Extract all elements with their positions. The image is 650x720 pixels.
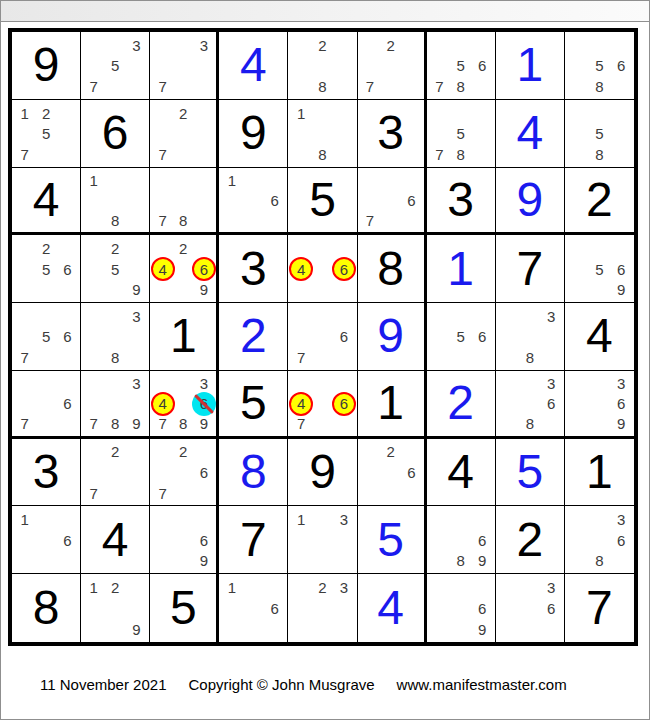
cell-r7c1[interactable]: 3 [12,439,81,507]
candidate-6[interactable]: 6 [264,193,285,208]
candidate-6[interactable]: 6 [541,601,562,616]
candidate-6[interactable]: 6 [57,262,78,277]
candidate-digit: 2 [111,241,119,256]
candidate-digit: 9 [200,553,208,568]
cell-r5c4[interactable]: 2 [219,303,288,371]
candidate-7[interactable]: 7 [83,79,104,94]
candidate-3[interactable]: 3 [541,309,562,324]
candidate-7[interactable]: 7 [429,147,450,162]
candidate-digit: 4 [297,262,305,277]
candidate-2[interactable]: 2 [173,106,194,121]
candidate-digit: 8 [595,147,603,162]
cell-r2c5[interactable]: 18 [288,100,357,168]
candidate-digit: 3 [200,376,208,391]
candidate-7[interactable]: 7 [360,213,381,228]
cell-value: 2 [586,176,613,224]
candidate-2[interactable]: 2 [35,106,56,121]
candidate-digit: 2 [111,580,119,595]
candidate-3[interactable]: 3 [610,512,632,527]
cell-r6c1[interactable]: 67 [12,371,81,439]
candidate-6[interactable]: 6 [333,329,354,344]
candidate-digit: 6 [271,193,279,208]
candidate-digit: 5 [111,58,119,73]
candidate-7[interactable]: 7 [152,79,173,94]
candidate-1[interactable]: 1 [290,106,311,121]
candidate-digit: 1 [90,580,98,595]
cell-r8c1[interactable]: 16 [12,506,81,574]
candidate-2[interactable]: 2 [380,38,401,53]
candidate-9[interactable]: 9 [126,282,147,297]
candidate-digit: 8 [526,350,534,365]
cell-value: 8 [240,448,267,496]
candidate-7[interactable]: 7 [290,350,311,365]
candidate-digit: 8 [457,79,465,94]
cell-r4c3[interactable]: 2469 [150,235,219,303]
candidate-digit: 5 [457,58,465,73]
candidate-6[interactable]: 6 [57,396,78,411]
cell-r2c7[interactable]: 578 [427,100,496,168]
candidate-7[interactable]: 7 [14,350,35,365]
candidate-digit: 7 [366,213,374,228]
cell-value: 9 [309,448,336,496]
candidate-6[interactable]: 6 [264,601,285,616]
cell-r4c4[interactable]: 3 [219,235,288,303]
cell-value: 3 [447,176,474,224]
cell-r4c6[interactable]: 8 [358,235,427,303]
cell-r4c8[interactable]: 7 [496,235,565,303]
candidate-8[interactable]: 8 [173,213,194,228]
candidate-9[interactable]: 9 [194,553,215,568]
cell-r4c2[interactable]: 259 [81,235,150,303]
candidate-6[interactable]: 6 [333,396,354,411]
candidate-digit: 3 [547,580,555,595]
candidate-digit: 6 [478,329,486,344]
cell-r1c4[interactable]: 4 [219,32,288,100]
candidate-digit: 5 [111,262,119,277]
candidate-digit: 1 [297,512,305,527]
candidate-6[interactable]: 6 [194,465,215,480]
candidate-1[interactable]: 1 [83,580,104,595]
candidate-1[interactable]: 1 [221,173,242,188]
candidate-1[interactable]: 1 [290,512,311,527]
cell-value: 4 [377,584,404,632]
candidate-7[interactable]: 7 [429,79,450,94]
cell-r4c7[interactable]: 1 [427,235,496,303]
candidate-digit: 9 [478,622,486,637]
sudoku-app-screen: 9357374282756781568125762791835784584187… [0,0,650,720]
candidate-digit: 2 [179,444,187,459]
cell-r9c7[interactable]: 69 [427,574,496,642]
cell-value: 9 [33,41,60,89]
cell-r9c2[interactable]: 129 [81,574,150,642]
cell-r1c5[interactable]: 28 [288,32,357,100]
cell-r5c1[interactable]: 567 [12,303,81,371]
cell-r5c6[interactable]: 9 [358,303,427,371]
candidate-5[interactable]: 5 [450,58,471,73]
cell-value: 7 [240,516,267,564]
candidate-7[interactable]: 7 [152,486,173,501]
candidate-3[interactable]: 3 [333,580,354,595]
candidate-digit: 6 [547,396,555,411]
candidate-3[interactable]: 3 [541,580,562,595]
candidate-digit: 9 [478,553,486,568]
candidate-3[interactable]: 3 [126,38,147,53]
candidate-digit: 1 [21,106,29,121]
candidate-digit: 2 [179,106,187,121]
candidate-8[interactable]: 8 [519,350,540,365]
candidate-3[interactable]: 3 [333,512,354,527]
candidate-digit: 7 [21,147,29,162]
cell-r5c9[interactable]: 4 [565,303,634,371]
candidate-1[interactable]: 1 [83,173,104,188]
candidate-digit: 1 [90,173,98,188]
cell-r9c5[interactable]: 23 [288,574,357,642]
candidate-5[interactable]: 5 [450,329,471,344]
candidate-9[interactable]: 9 [610,282,632,297]
candidate-9[interactable]: 9 [194,282,215,297]
cell-r9c6[interactable]: 4 [358,574,427,642]
cell-r6c7[interactable]: 2 [427,371,496,439]
candidate-digit: 6 [478,533,486,548]
candidate-digit: 7 [21,416,29,431]
candidate-6[interactable]: 6 [194,533,215,548]
candidate-2[interactable]: 2 [380,444,401,459]
candidate-1[interactable]: 1 [14,512,35,527]
candidate-3[interactable]: 3 [194,38,215,53]
cell-r9c1[interactable]: 8 [12,574,81,642]
cell-value: 3 [377,109,404,157]
cell-r7c9[interactable]: 1 [565,439,634,507]
candidate-digit: 2 [386,38,394,53]
cell-r8c5[interactable]: 13 [288,506,357,574]
candidate-3[interactable]: 3 [610,376,632,391]
candidate-digit: 7 [297,416,305,431]
candidate-6[interactable]: 6 [610,533,632,548]
candidate-8[interactable]: 8 [104,350,125,365]
candidate-6[interactable]: 6 [333,262,354,277]
cell-value: 1 [447,245,474,293]
candidate-digit: 4 [297,396,305,411]
cell-r4c1[interactable]: 256 [12,235,81,303]
candidate-digit: 6 [617,58,625,73]
candidate-5[interactable]: 5 [104,262,125,277]
cell-value: 5 [170,584,197,632]
candidate-digit: 7 [21,350,29,365]
candidate-digit: 3 [547,376,555,391]
candidate-7[interactable]: 7 [152,147,173,162]
footer-website: www.manifestmaster.com [397,676,567,693]
cell-r6c4[interactable]: 5 [219,371,288,439]
candidate-8[interactable]: 8 [589,553,611,568]
candidate-digit: 7 [158,147,166,162]
candidate-6[interactable]: 6 [471,58,492,73]
candidate-digit: 8 [457,147,465,162]
cell-r7c6[interactable]: 26 [358,439,427,507]
cell-value: 9 [516,176,543,224]
candidate-4[interactable]: 4 [290,396,311,411]
cell-r5c2[interactable]: 38 [81,303,150,371]
candidate-digit: 8 [179,213,187,228]
candidate-digit: 5 [42,126,50,141]
cell-r9c3[interactable]: 5 [150,574,219,642]
candidate-8[interactable]: 8 [589,79,611,94]
candidate-2[interactable]: 2 [173,444,194,459]
cell-value: 4 [102,516,129,564]
candidate-digit: 7 [435,147,443,162]
candidate-digit: 2 [386,444,394,459]
candidate-digit: 6 [617,396,625,411]
candidate-8[interactable]: 8 [104,416,125,431]
cell-r4c9[interactable]: 569 [565,235,634,303]
candidate-9[interactable]: 9 [126,622,147,637]
candidate-digit: 6 [200,533,208,548]
candidate-6[interactable]: 6 [471,533,492,548]
candidate-digit: 2 [318,580,326,595]
cell-r2c6[interactable]: 3 [358,100,427,168]
candidate-6[interactable]: 6 [610,58,632,73]
cell-r6c5[interactable]: 467 [288,371,357,439]
candidate-9[interactable]: 9 [471,553,492,568]
candidate-digit: 6 [617,262,625,277]
candidate-7[interactable]: 7 [83,486,104,501]
candidate-8[interactable]: 8 [173,416,194,431]
cell-r1c6[interactable]: 27 [358,32,427,100]
candidate-digit: 9 [132,282,140,297]
candidate-7[interactable]: 7 [152,416,173,431]
cell-r6c6[interactable]: 1 [358,371,427,439]
candidate-8[interactable]: 8 [450,147,471,162]
candidate-1[interactable]: 1 [221,580,242,595]
cell-r2c9[interactable]: 58 [565,100,634,168]
candidate-6[interactable]: 6 [401,193,422,208]
cell-r8c9[interactable]: 368 [565,506,634,574]
cell-r8c4[interactable]: 7 [219,506,288,574]
candidate-7[interactable]: 7 [152,213,173,228]
candidate-digit: 8 [318,79,326,94]
candidate-digit: 2 [179,241,187,256]
cell-r8c3[interactable]: 69 [150,506,219,574]
cell-r3c5[interactable]: 5 [288,168,357,236]
cell-value: 7 [586,584,613,632]
candidate-8[interactable]: 8 [450,553,471,568]
candidate-digit: 6 [63,329,71,344]
cell-r5c8[interactable]: 38 [496,303,565,371]
cell-value: 8 [377,245,404,293]
candidate-digit: 7 [158,486,166,501]
cell-r2c3[interactable]: 27 [150,100,219,168]
cell-r9c8[interactable]: 36 [496,574,565,642]
candidate-digit: 9 [617,416,625,431]
candidate-3[interactable]: 3 [541,376,562,391]
candidate-digit: 5 [457,126,465,141]
cell-r1c3[interactable]: 37 [150,32,219,100]
cell-r8c2[interactable]: 4 [81,506,150,574]
candidate-7[interactable]: 7 [360,79,381,94]
cell-r3c3[interactable]: 78 [150,168,219,236]
cell-r6c8[interactable]: 368 [496,371,565,439]
cell-r8c6[interactable]: 5 [358,506,427,574]
cell-r3c8[interactable]: 9 [496,168,565,236]
candidate-2[interactable]: 2 [173,241,194,256]
candidate-5[interactable]: 5 [35,262,56,277]
candidate-digit: 2 [318,38,326,53]
candidate-9[interactable]: 9 [610,416,632,431]
candidate-digit: 9 [200,416,208,431]
cell-r3c1[interactable]: 4 [12,168,81,236]
candidate-6[interactable]: 6 [194,396,215,411]
cell-r8c8[interactable]: 2 [496,506,565,574]
candidate-digit: 8 [595,553,603,568]
candidate-2[interactable]: 2 [312,38,333,53]
cell-r4c5[interactable]: 46 [288,235,357,303]
candidate-digit: 5 [42,329,50,344]
candidate-6[interactable]: 6 [471,329,492,344]
cell-value: 1 [586,448,613,496]
candidate-digit: 6 [407,193,415,208]
candidate-digit: 8 [457,553,465,568]
candidate-2[interactable]: 2 [104,241,125,256]
top-scrollbar[interactable] [0,0,650,22]
candidate-6[interactable]: 6 [541,396,562,411]
cell-value: 3 [33,448,60,496]
cell-r8c7[interactable]: 689 [427,506,496,574]
cell-r7c8[interactable]: 5 [496,439,565,507]
cell-r5c3[interactable]: 1 [150,303,219,371]
candidate-5[interactable]: 5 [35,329,56,344]
candidate-8[interactable]: 8 [589,147,611,162]
cell-value: 2 [447,379,474,427]
candidate-digit: 6 [340,329,348,344]
candidate-4[interactable]: 4 [290,262,311,277]
cell-r5c7[interactable]: 56 [427,303,496,371]
candidate-8[interactable]: 8 [450,79,471,94]
candidate-digit: 3 [617,512,625,527]
candidate-digit: 5 [595,126,603,141]
candidate-digit: 8 [526,416,534,431]
cell-r3c4[interactable]: 16 [219,168,288,236]
candidate-digit: 6 [63,533,71,548]
cell-r1c7[interactable]: 5678 [427,32,496,100]
candidate-4[interactable]: 4 [152,262,173,277]
cell-r3c6[interactable]: 67 [358,168,427,236]
candidate-6[interactable]: 6 [401,465,422,480]
cell-r3c7[interactable]: 3 [427,168,496,236]
candidate-2[interactable]: 2 [312,580,333,595]
cell-value: 4 [33,176,60,224]
cell-r6c3[interactable]: 346789 [150,371,219,439]
candidate-8[interactable]: 8 [312,79,333,94]
candidate-digit: 6 [271,601,279,616]
candidate-6[interactable]: 6 [610,396,632,411]
cell-r9c4[interactable]: 16 [219,574,288,642]
candidate-7[interactable]: 7 [14,416,35,431]
cell-r2c1[interactable]: 1257 [12,100,81,168]
candidate-digit: 8 [318,147,326,162]
candidate-2[interactable]: 2 [104,580,125,595]
candidate-7[interactable]: 7 [14,147,35,162]
candidate-2[interactable]: 2 [35,241,56,256]
candidate-3[interactable]: 3 [194,376,215,391]
cell-value: 4 [516,109,543,157]
cell-r1c1[interactable]: 9 [12,32,81,100]
cell-r7c7[interactable]: 4 [427,439,496,507]
candidate-5[interactable]: 5 [35,126,56,141]
candidate-digit: 3 [132,38,140,53]
candidate-6[interactable]: 6 [57,329,78,344]
candidate-2[interactable]: 2 [104,444,125,459]
cell-r1c8[interactable]: 1 [496,32,565,100]
cell-r2c2[interactable]: 6 [81,100,150,168]
candidate-digit: 2 [42,241,50,256]
candidate-digit: 3 [340,580,348,595]
cell-r5c5[interactable]: 67 [288,303,357,371]
candidate-8[interactable]: 8 [519,416,540,431]
candidate-5[interactable]: 5 [104,58,125,73]
candidate-5[interactable]: 5 [450,126,471,141]
cell-value: 2 [516,516,543,564]
candidate-digit: 9 [200,282,208,297]
candidate-9[interactable]: 9 [126,416,147,431]
cell-r9c9[interactable]: 7 [565,574,634,642]
candidate-4[interactable]: 4 [152,396,173,411]
candidate-digit: 8 [595,79,603,94]
candidate-digit: 2 [111,444,119,459]
candidate-7[interactable]: 7 [290,416,311,431]
candidate-1[interactable]: 1 [14,106,35,121]
candidate-3[interactable]: 3 [126,309,147,324]
candidate-3[interactable]: 3 [126,376,147,391]
candidate-digit: 3 [617,376,625,391]
cell-r3c9[interactable]: 2 [565,168,634,236]
cell-value: 2 [240,312,267,360]
candidate-digit: 7 [90,486,98,501]
cell-r7c3[interactable]: 267 [150,439,219,507]
cell-r6c9[interactable]: 369 [565,371,634,439]
candidate-6[interactable]: 6 [471,601,492,616]
cell-value: 8 [33,584,60,632]
cell-r1c9[interactable]: 568 [565,32,634,100]
candidate-6[interactable]: 6 [610,262,632,277]
candidate-9[interactable]: 9 [471,622,492,637]
candidate-6[interactable]: 6 [194,262,215,277]
cell-value: 5 [309,176,336,224]
candidate-7[interactable]: 7 [83,416,104,431]
candidate-digit: 4 [158,396,166,411]
candidate-6[interactable]: 6 [57,533,78,548]
candidate-5[interactable]: 5 [589,126,611,141]
cell-r1c2[interactable]: 357 [81,32,150,100]
cell-r3c2[interactable]: 18 [81,168,150,236]
candidate-digit: 3 [340,512,348,527]
cell-r7c5[interactable]: 9 [288,439,357,507]
candidate-8[interactable]: 8 [312,147,333,162]
cell-r2c4[interactable]: 9 [219,100,288,168]
cell-r7c2[interactable]: 27 [81,439,150,507]
candidate-digit: 6 [478,601,486,616]
candidate-digit: 6 [340,262,348,277]
cell-r2c8[interactable]: 4 [496,100,565,168]
candidate-8[interactable]: 8 [104,213,125,228]
candidate-5[interactable]: 5 [589,58,611,73]
cell-value: 4 [240,41,267,89]
candidate-digit: 9 [617,282,625,297]
candidate-digit: 6 [63,396,71,411]
cell-r7c4[interactable]: 8 [219,439,288,507]
cell-r6c2[interactable]: 3789 [81,371,150,439]
candidate-9[interactable]: 9 [194,416,215,431]
candidate-digit: 6 [200,465,208,480]
candidate-5[interactable]: 5 [589,262,611,277]
